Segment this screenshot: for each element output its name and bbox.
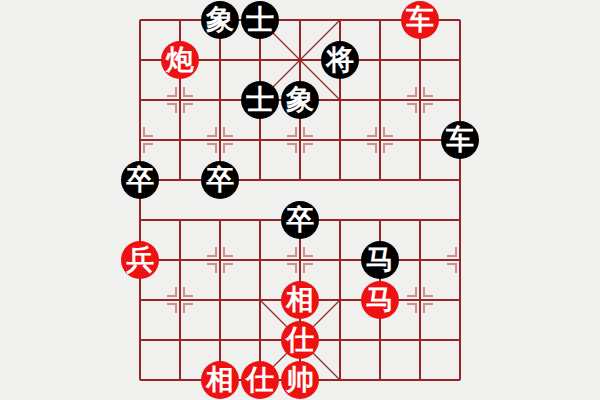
xiangqi-board[interactable]: 象士将士象车卒卒卒马车炮兵相马仕相仕帅 bbox=[120, 0, 480, 400]
red-cannon[interactable]: 炮 bbox=[161, 41, 199, 79]
red-elephant[interactable]: 相 bbox=[281, 281, 319, 319]
black-chariot[interactable]: 车 bbox=[441, 121, 479, 159]
red-elephant[interactable]: 相 bbox=[201, 361, 239, 399]
black-advisor[interactable]: 士 bbox=[241, 81, 279, 119]
xiangqi-app-canvas: 象士将士象车卒卒卒马车炮兵相马仕相仕帅 bbox=[0, 0, 600, 400]
black-general[interactable]: 将 bbox=[321, 41, 359, 79]
red-general[interactable]: 帅 bbox=[281, 361, 319, 399]
black-horse[interactable]: 马 bbox=[361, 241, 399, 279]
black-soldier[interactable]: 卒 bbox=[121, 161, 159, 199]
black-elephant[interactable]: 象 bbox=[281, 81, 319, 119]
red-advisor[interactable]: 仕 bbox=[281, 321, 319, 359]
black-elephant[interactable]: 象 bbox=[201, 1, 239, 39]
black-soldier[interactable]: 卒 bbox=[201, 161, 239, 199]
black-advisor[interactable]: 士 bbox=[241, 1, 279, 39]
black-soldier[interactable]: 卒 bbox=[281, 201, 319, 239]
red-advisor[interactable]: 仕 bbox=[241, 361, 279, 399]
red-soldier[interactable]: 兵 bbox=[121, 241, 159, 279]
red-chariot[interactable]: 车 bbox=[401, 1, 439, 39]
red-horse[interactable]: 马 bbox=[361, 281, 399, 319]
